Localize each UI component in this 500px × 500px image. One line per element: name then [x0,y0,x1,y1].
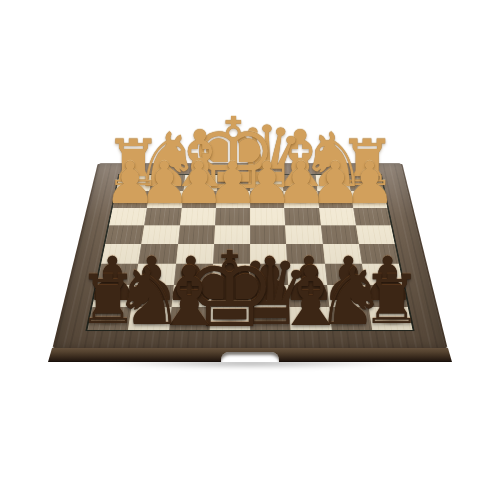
board-clasp-notch [221,352,279,362]
square-e4 [214,225,250,244]
square-a7 [365,285,408,307]
square-b1 [315,175,350,191]
square-a6 [362,264,404,285]
chess-board [52,163,448,348]
square-g3 [144,208,181,226]
square-d5 [250,244,287,264]
square-a1 [348,175,384,191]
square-e8 [209,307,250,330]
square-a5 [359,244,399,264]
square-c5 [286,244,324,264]
square-c1 [283,175,317,191]
square-f2 [181,191,216,208]
square-e6 [212,264,250,285]
square-e3 [215,208,250,226]
square-d1 [250,175,283,191]
square-b3 [319,208,356,226]
square-f1 [183,175,217,191]
square-h1 [116,175,152,191]
square-e1 [217,175,250,191]
square-b7 [327,285,369,307]
square-b4 [320,225,358,244]
chess-set-photo: ♜♞♝♛♚♝♞♜♟♟♟♟♟♟♟♟♟♟♟♟♟♟♟♟♜♞♝♛♚♝♞♜ [0,0,500,500]
square-f8 [169,307,211,330]
square-h3 [109,208,147,226]
square-h8 [87,307,131,330]
square-a4 [356,225,395,244]
square-h6 [97,264,139,285]
square-f3 [180,208,216,226]
square-b8 [329,307,372,330]
square-g2 [147,191,183,208]
square-d4 [250,225,286,244]
square-f6 [173,264,212,285]
square-g4 [141,225,179,244]
square-g7 [132,285,174,307]
square-f4 [178,225,215,244]
square-c2 [283,191,318,208]
square-e5 [213,244,250,264]
square-f7 [171,285,212,307]
square-e7 [211,285,250,307]
square-c3 [284,208,320,226]
square-g8 [128,307,171,330]
square-a8 [368,307,412,330]
square-b5 [322,244,361,264]
square-d6 [250,264,288,285]
square-g5 [138,244,177,264]
square-h7 [92,285,135,307]
square-c7 [288,285,329,307]
square-c6 [287,264,326,285]
square-h2 [113,191,150,208]
square-f5 [176,244,214,264]
square-h4 [105,225,144,244]
square-a3 [353,208,391,226]
square-g6 [135,264,175,285]
board-squares-grid [85,174,414,331]
square-c8 [289,307,331,330]
square-b6 [324,264,364,285]
square-d8 [250,307,291,330]
square-e2 [216,191,250,208]
square-d7 [250,285,289,307]
square-d2 [250,191,284,208]
square-h5 [101,244,141,264]
square-d3 [250,208,285,226]
square-c4 [285,225,322,244]
square-a2 [350,191,387,208]
square-b2 [317,191,353,208]
square-g1 [150,175,185,191]
